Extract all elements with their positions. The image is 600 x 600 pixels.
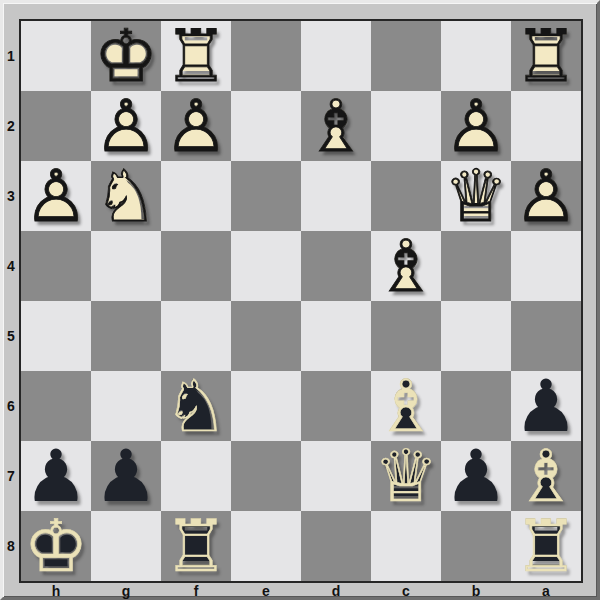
square-h4[interactable]	[21, 231, 91, 301]
black-knight-glyph: ♞	[161, 371, 231, 441]
square-h7[interactable]: ♟	[21, 441, 91, 511]
square-b1[interactable]	[441, 21, 511, 91]
piece-white-queen-b3[interactable]: ♛♕	[441, 161, 511, 231]
square-g6[interactable]	[91, 371, 161, 441]
piece-white-bishop-d2[interactable]: ♝♗	[301, 91, 371, 161]
square-g1[interactable]: ♚♔	[91, 21, 161, 91]
square-b6[interactable]	[441, 371, 511, 441]
piece-white-knight-g3[interactable]: ♞♘	[91, 161, 161, 231]
white-bishop-outline: ♗	[301, 91, 371, 161]
square-f1[interactable]: ♜♖	[161, 21, 231, 91]
white-pawn-outline: ♙	[511, 161, 581, 231]
black-knight-outline: ♘	[161, 371, 231, 441]
file-label-d: d	[301, 583, 371, 598]
square-d6[interactable]	[301, 371, 371, 441]
piece-black-pawn-g7[interactable]: ♟	[91, 441, 161, 511]
black-rook-outline: ♖	[161, 511, 231, 581]
white-knight-glyph: ♞	[91, 161, 161, 231]
black-pawn-glyph: ♟	[21, 441, 91, 511]
square-c6[interactable]: ♝♗	[371, 371, 441, 441]
piece-black-knight-f6[interactable]: ♞♘	[161, 371, 231, 441]
black-king-outline: ♔	[21, 511, 91, 581]
square-c2[interactable]	[371, 91, 441, 161]
square-f3[interactable]	[161, 161, 231, 231]
square-b4[interactable]	[441, 231, 511, 301]
white-rook-outline: ♖	[511, 21, 581, 91]
square-c4[interactable]: ♝♗	[371, 231, 441, 301]
white-bishop-glyph: ♝	[371, 231, 441, 301]
square-d4[interactable]	[301, 231, 371, 301]
square-a4[interactable]	[511, 231, 581, 301]
square-a1[interactable]: ♜♖	[511, 21, 581, 91]
square-f5[interactable]	[161, 301, 231, 371]
file-label-b: b	[441, 583, 511, 598]
black-bishop-outline: ♗	[511, 441, 581, 511]
piece-white-pawn-g2[interactable]: ♟♙	[91, 91, 161, 161]
square-e5[interactable]	[231, 301, 301, 371]
rank-label-4: 4	[3, 231, 19, 301]
rank-label-7: 7	[3, 441, 19, 511]
square-g2[interactable]: ♟♙	[91, 91, 161, 161]
square-g5[interactable]	[91, 301, 161, 371]
piece-black-king-h8[interactable]: ♚♔	[21, 511, 91, 581]
black-pawn-glyph: ♟	[91, 441, 161, 511]
square-e6[interactable]	[231, 371, 301, 441]
square-a2[interactable]	[511, 91, 581, 161]
square-e4[interactable]	[231, 231, 301, 301]
square-a8[interactable]: ♜♖	[511, 511, 581, 581]
square-g8[interactable]	[91, 511, 161, 581]
square-c1[interactable]	[371, 21, 441, 91]
white-pawn-outline: ♙	[161, 91, 231, 161]
square-f7[interactable]	[161, 441, 231, 511]
white-rook-glyph: ♜	[511, 21, 581, 91]
square-d2[interactable]: ♝♗	[301, 91, 371, 161]
piece-white-pawn-b2[interactable]: ♟♙	[441, 91, 511, 161]
square-b8[interactable]	[441, 511, 511, 581]
white-pawn-glyph: ♟	[91, 91, 161, 161]
square-d7[interactable]	[301, 441, 371, 511]
square-d8[interactable]	[301, 511, 371, 581]
piece-black-rook-f8[interactable]: ♜♖	[161, 511, 231, 581]
white-pawn-glyph: ♟	[441, 91, 511, 161]
square-h8[interactable]: ♚♔	[21, 511, 91, 581]
piece-white-bishop-c4[interactable]: ♝♗	[371, 231, 441, 301]
file-label-e: e	[231, 583, 301, 598]
black-king-glyph: ♚	[21, 511, 91, 581]
white-bishop-outline: ♗	[371, 231, 441, 301]
piece-black-pawn-h7[interactable]: ♟	[21, 441, 91, 511]
piece-white-rook-a1[interactable]: ♜♖	[511, 21, 581, 91]
chess-board[interactable]: ♚♔♜♖♜♖♟♙♟♙♝♗♟♙♟♙♞♘♛♕♟♙♝♗♞♘♝♗♟♟♟♛♕♟♝♗♚♔♜♖…	[19, 19, 583, 583]
square-c8[interactable]	[371, 511, 441, 581]
rank-labels: 12345678	[3, 21, 19, 581]
square-h3[interactable]: ♟♙	[21, 161, 91, 231]
file-label-a: a	[511, 583, 581, 598]
white-king-glyph: ♚	[91, 21, 161, 91]
black-bishop-glyph: ♝	[371, 371, 441, 441]
white-pawn-outline: ♙	[21, 161, 91, 231]
white-rook-glyph: ♜	[161, 21, 231, 91]
piece-white-king-g1[interactable]: ♚♔	[91, 21, 161, 91]
square-b5[interactable]	[441, 301, 511, 371]
white-bishop-glyph: ♝	[301, 91, 371, 161]
square-d3[interactable]	[301, 161, 371, 231]
square-c5[interactable]	[371, 301, 441, 371]
piece-white-rook-f1[interactable]: ♜♖	[161, 21, 231, 91]
file-labels: hgfedcba	[21, 583, 581, 598]
piece-white-pawn-h3[interactable]: ♟♙	[21, 161, 91, 231]
square-e8[interactable]	[231, 511, 301, 581]
piece-black-pawn-b7[interactable]: ♟	[441, 441, 511, 511]
square-a5[interactable]	[511, 301, 581, 371]
square-f4[interactable]	[161, 231, 231, 301]
white-pawn-outline: ♙	[91, 91, 161, 161]
white-queen-glyph: ♛	[441, 161, 511, 231]
piece-black-bishop-a7[interactable]: ♝♗	[511, 441, 581, 511]
rank-label-6: 6	[3, 371, 19, 441]
white-rook-outline: ♖	[161, 21, 231, 91]
black-rook-outline: ♖	[511, 511, 581, 581]
white-pawn-outline: ♙	[441, 91, 511, 161]
white-pawn-glyph: ♟	[511, 161, 581, 231]
black-pawn-glyph: ♟	[511, 371, 581, 441]
square-e2[interactable]	[231, 91, 301, 161]
square-g4[interactable]	[91, 231, 161, 301]
square-h1[interactable]	[21, 21, 91, 91]
square-e3[interactable]	[231, 161, 301, 231]
rank-label-5: 5	[3, 301, 19, 371]
square-b7[interactable]: ♟	[441, 441, 511, 511]
chess-board-frame: 12345678 hgfedcba ♚♔♜♖♜♖♟♙♟♙♝♗♟♙♟♙♞♘♛♕♟♙…	[0, 0, 600, 600]
black-bishop-outline: ♗	[371, 371, 441, 441]
square-c3[interactable]	[371, 161, 441, 231]
square-b2[interactable]: ♟♙	[441, 91, 511, 161]
square-b3[interactable]: ♛♕	[441, 161, 511, 231]
square-f6[interactable]: ♞♘	[161, 371, 231, 441]
piece-black-bishop-c6[interactable]: ♝♗	[371, 371, 441, 441]
square-h6[interactable]	[21, 371, 91, 441]
square-f8[interactable]: ♜♖	[161, 511, 231, 581]
piece-black-queen-c7[interactable]: ♛♕	[371, 441, 441, 511]
square-e1[interactable]	[231, 21, 301, 91]
white-pawn-glyph: ♟	[161, 91, 231, 161]
square-a3[interactable]: ♟♙	[511, 161, 581, 231]
piece-black-rook-a8[interactable]: ♜♖	[511, 511, 581, 581]
piece-white-pawn-a3[interactable]: ♟♙	[511, 161, 581, 231]
square-e7[interactable]	[231, 441, 301, 511]
white-pawn-glyph: ♟	[21, 161, 91, 231]
white-knight-outline: ♘	[91, 161, 161, 231]
square-a6[interactable]: ♟	[511, 371, 581, 441]
black-rook-glyph: ♜	[161, 511, 231, 581]
black-rook-glyph: ♜	[511, 511, 581, 581]
square-a7[interactable]: ♝♗	[511, 441, 581, 511]
file-label-c: c	[371, 583, 441, 598]
square-h2[interactable]	[21, 91, 91, 161]
white-queen-outline: ♕	[441, 161, 511, 231]
white-king-outline: ♔	[91, 21, 161, 91]
square-c7[interactable]: ♛♕	[371, 441, 441, 511]
square-g7[interactable]: ♟	[91, 441, 161, 511]
square-g3[interactable]: ♞♘	[91, 161, 161, 231]
rank-label-8: 8	[3, 511, 19, 581]
black-queen-glyph: ♛	[371, 441, 441, 511]
file-label-g: g	[91, 583, 161, 598]
black-queen-outline: ♕	[371, 441, 441, 511]
piece-black-pawn-a6[interactable]: ♟	[511, 371, 581, 441]
black-pawn-glyph: ♟	[441, 441, 511, 511]
square-f2[interactable]: ♟♙	[161, 91, 231, 161]
piece-white-pawn-f2[interactable]: ♟♙	[161, 91, 231, 161]
rank-label-2: 2	[3, 91, 19, 161]
rank-label-3: 3	[3, 161, 19, 231]
square-d1[interactable]	[301, 21, 371, 91]
black-bishop-glyph: ♝	[511, 441, 581, 511]
square-d5[interactable]	[301, 301, 371, 371]
file-label-f: f	[161, 583, 231, 598]
square-h5[interactable]	[21, 301, 91, 371]
file-label-h: h	[21, 583, 91, 598]
rank-label-1: 1	[3, 21, 19, 91]
